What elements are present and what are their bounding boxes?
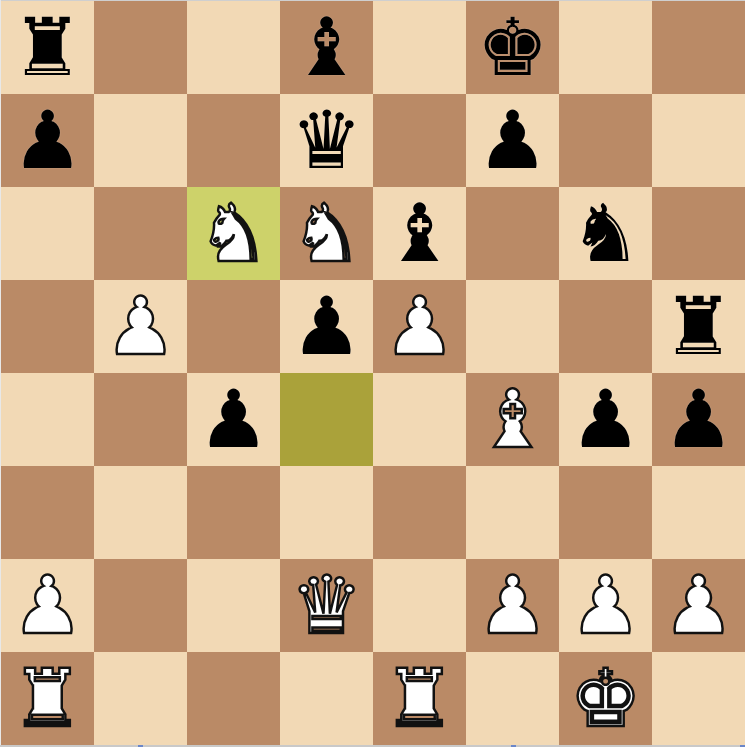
square-g2[interactable]: ♟ (559, 559, 652, 652)
square-g7[interactable] (559, 94, 652, 187)
square-f1[interactable] (466, 652, 559, 745)
square-h2[interactable]: ♟ (652, 559, 745, 652)
square-a5[interactable] (1, 280, 94, 373)
black-pawn[interactable]: ♟ (291, 280, 363, 373)
white-pawn[interactable]: ♟ (663, 559, 735, 652)
square-c3[interactable] (187, 466, 280, 559)
black-pawn[interactable]: ♟ (12, 94, 84, 187)
white-knight[interactable]: ♞ (198, 187, 270, 280)
square-b7[interactable] (94, 94, 187, 187)
square-e8[interactable] (373, 1, 466, 94)
square-h3[interactable] (652, 466, 745, 559)
square-h4[interactable]: ♟ (652, 373, 745, 466)
square-d8[interactable]: ♝ (280, 1, 373, 94)
square-f3[interactable] (466, 466, 559, 559)
black-rook[interactable]: ♜ (12, 1, 84, 94)
square-e7[interactable] (373, 94, 466, 187)
square-c4[interactable]: ♟ (187, 373, 280, 466)
black-queen[interactable]: ♛ (291, 94, 363, 187)
square-c2[interactable] (187, 559, 280, 652)
square-f6[interactable] (466, 187, 559, 280)
white-pawn[interactable]: ♟ (570, 559, 642, 652)
square-d3[interactable] (280, 466, 373, 559)
square-h8[interactable] (652, 1, 745, 94)
square-g3[interactable] (559, 466, 652, 559)
black-rook[interactable]: ♜ (663, 280, 735, 373)
white-bishop[interactable]: ♝ (477, 373, 549, 466)
white-knight[interactable]: ♞ (291, 187, 363, 280)
square-g5[interactable] (559, 280, 652, 373)
square-h6[interactable] (652, 187, 745, 280)
square-e2[interactable] (373, 559, 466, 652)
square-a4[interactable] (1, 373, 94, 466)
square-b2[interactable] (94, 559, 187, 652)
square-d2[interactable]: ♛ (280, 559, 373, 652)
square-d5[interactable]: ♟ (280, 280, 373, 373)
black-knight[interactable]: ♞ (570, 187, 642, 280)
black-pawn[interactable]: ♟ (570, 373, 642, 466)
square-b1[interactable] (94, 652, 187, 745)
white-king[interactable]: ♚ (570, 652, 642, 745)
square-c5[interactable] (187, 280, 280, 373)
square-d4[interactable] (280, 373, 373, 466)
white-pawn[interactable]: ♟ (384, 280, 456, 373)
square-d6[interactable]: ♞ (280, 187, 373, 280)
white-rook[interactable]: ♜ (12, 652, 84, 745)
square-a7[interactable]: ♟ (1, 94, 94, 187)
white-queen[interactable]: ♛ (291, 559, 363, 652)
square-f7[interactable]: ♟ (466, 94, 559, 187)
square-c1[interactable] (187, 652, 280, 745)
square-a2[interactable]: ♟ (1, 559, 94, 652)
square-a3[interactable] (1, 466, 94, 559)
black-bishop[interactable]: ♝ (291, 1, 363, 94)
square-e3[interactable] (373, 466, 466, 559)
white-pawn[interactable]: ♟ (477, 559, 549, 652)
square-f5[interactable] (466, 280, 559, 373)
square-h7[interactable] (652, 94, 745, 187)
square-e1[interactable]: ♜ (373, 652, 466, 745)
square-e5[interactable]: ♟ (373, 280, 466, 373)
square-f4[interactable]: ♝ (466, 373, 559, 466)
black-pawn[interactable]: ♟ (477, 94, 549, 187)
square-c6[interactable]: ♞ (187, 187, 280, 280)
square-b4[interactable] (94, 373, 187, 466)
square-a1[interactable]: ♜ (1, 652, 94, 745)
white-rook[interactable]: ♜ (384, 652, 456, 745)
white-pawn[interactable]: ♟ (105, 280, 177, 373)
square-h5[interactable]: ♜ (652, 280, 745, 373)
square-b6[interactable] (94, 187, 187, 280)
black-pawn[interactable]: ♟ (198, 373, 270, 466)
black-pawn[interactable]: ♟ (663, 373, 735, 466)
square-b8[interactable] (94, 1, 187, 94)
square-d7[interactable]: ♛ (280, 94, 373, 187)
square-c7[interactable] (187, 94, 280, 187)
square-d1[interactable] (280, 652, 373, 745)
square-f2[interactable]: ♟ (466, 559, 559, 652)
black-king[interactable]: ♚ (477, 1, 549, 94)
square-h1[interactable] (652, 652, 745, 745)
square-g8[interactable] (559, 1, 652, 94)
square-g1[interactable]: ♚ (559, 652, 652, 745)
square-b3[interactable] (94, 466, 187, 559)
black-bishop[interactable]: ♝ (384, 187, 456, 280)
square-c8[interactable] (187, 1, 280, 94)
square-b5[interactable]: ♟ (94, 280, 187, 373)
square-g6[interactable]: ♞ (559, 187, 652, 280)
square-e4[interactable] (373, 373, 466, 466)
chess-board: ♜♝♚♟♛♟♞♞♝♞♟♟♟♜♟♝♟♟♟♛♟♟♟♜♜♚ (1, 1, 745, 745)
white-pawn[interactable]: ♟ (12, 559, 84, 652)
square-a6[interactable] (1, 187, 94, 280)
chess-board-page: ♜♝♚♟♛♟♞♞♝♞♟♟♟♜♟♝♟♟♟♛♟♟♟♜♜♚ (0, 0, 745, 747)
square-f8[interactable]: ♚ (466, 1, 559, 94)
square-g4[interactable]: ♟ (559, 373, 652, 466)
square-e6[interactable]: ♝ (373, 187, 466, 280)
square-a8[interactable]: ♜ (1, 1, 94, 94)
